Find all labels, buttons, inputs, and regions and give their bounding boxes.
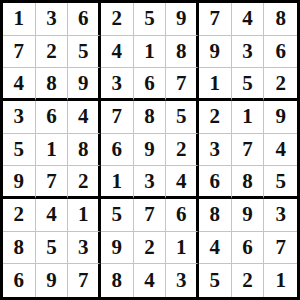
sudoku-cell-r6c9[interactable]: 5 [264,166,297,199]
sudoku-cell-r6c6[interactable]: 4 [166,166,199,199]
sudoku-cell-r5c9[interactable]: 4 [264,134,297,167]
sudoku-cell-r8c1[interactable]: 8 [3,232,36,265]
sudoku-cell-r4c8[interactable]: 1 [232,101,265,134]
sudoku-cell-r4c4[interactable]: 7 [101,101,134,134]
sudoku-cell-r2c1[interactable]: 7 [3,36,36,69]
sudoku-cell-r5c7[interactable]: 3 [199,134,232,167]
sudoku-cell-r7c4[interactable]: 5 [101,199,134,232]
sudoku-cell-r6c5[interactable]: 3 [134,166,167,199]
sudoku-cell-r6c7[interactable]: 6 [199,166,232,199]
sudoku-cell-r9c7[interactable]: 5 [199,264,232,297]
sudoku-cell-r4c2[interactable]: 6 [36,101,69,134]
sudoku-cell-r4c9[interactable]: 9 [264,101,297,134]
sudoku-cell-r6c1[interactable]: 9 [3,166,36,199]
sudoku-cell-r8c7[interactable]: 4 [199,232,232,265]
sudoku-cell-r5c6[interactable]: 2 [166,134,199,167]
sudoku-cell-r3c1[interactable]: 4 [3,68,36,101]
sudoku-cell-r1c1[interactable]: 1 [3,3,36,36]
sudoku-cell-r9c9[interactable]: 1 [264,264,297,297]
sudoku-cell-r9c6[interactable]: 3 [166,264,199,297]
sudoku-cell-r1c7[interactable]: 7 [199,3,232,36]
sudoku-cell-r7c7[interactable]: 8 [199,199,232,232]
sudoku-cell-r6c3[interactable]: 2 [68,166,101,199]
sudoku-cell-r3c2[interactable]: 8 [36,68,69,101]
sudoku-cell-r9c5[interactable]: 4 [134,264,167,297]
sudoku-cell-r9c3[interactable]: 7 [68,264,101,297]
sudoku-cell-r3c9[interactable]: 2 [264,68,297,101]
sudoku-cell-r9c8[interactable]: 2 [232,264,265,297]
sudoku-cell-r1c6[interactable]: 9 [166,3,199,36]
sudoku-cell-r1c4[interactable]: 2 [101,3,134,36]
sudoku-cell-r2c7[interactable]: 9 [199,36,232,69]
sudoku-cell-r7c6[interactable]: 6 [166,199,199,232]
sudoku-cell-r4c5[interactable]: 8 [134,101,167,134]
sudoku-cell-r7c8[interactable]: 9 [232,199,265,232]
sudoku-cell-r5c3[interactable]: 8 [68,134,101,167]
sudoku-cell-r5c2[interactable]: 1 [36,134,69,167]
sudoku-cell-r8c4[interactable]: 9 [101,232,134,265]
sudoku-cell-r1c2[interactable]: 3 [36,3,69,36]
sudoku-cell-r3c7[interactable]: 1 [199,68,232,101]
sudoku-cell-r4c3[interactable]: 4 [68,101,101,134]
sudoku-cell-r4c6[interactable]: 5 [166,101,199,134]
sudoku-cell-r8c9[interactable]: 7 [264,232,297,265]
sudoku-cell-r2c4[interactable]: 4 [101,36,134,69]
sudoku-cell-r7c1[interactable]: 2 [3,199,36,232]
sudoku-cell-r8c2[interactable]: 5 [36,232,69,265]
sudoku-cell-r6c4[interactable]: 1 [101,166,134,199]
sudoku-cell-r3c8[interactable]: 5 [232,68,265,101]
sudoku-cell-r3c5[interactable]: 6 [134,68,167,101]
sudoku-cell-r6c2[interactable]: 7 [36,166,69,199]
sudoku-cell-r2c6[interactable]: 8 [166,36,199,69]
sudoku-cell-r2c5[interactable]: 1 [134,36,167,69]
sudoku-cell-r6c8[interactable]: 8 [232,166,265,199]
sudoku-cell-r5c5[interactable]: 9 [134,134,167,167]
sudoku-cell-r9c4[interactable]: 8 [101,264,134,297]
sudoku-cell-r8c6[interactable]: 1 [166,232,199,265]
sudoku-cell-r2c2[interactable]: 2 [36,36,69,69]
sudoku-cell-r4c7[interactable]: 2 [199,101,232,134]
sudoku-cell-r2c8[interactable]: 3 [232,36,265,69]
sudoku-cell-r2c3[interactable]: 5 [68,36,101,69]
sudoku-cell-r4c1[interactable]: 3 [3,101,36,134]
sudoku-cell-r1c5[interactable]: 5 [134,3,167,36]
sudoku-cell-r2c9[interactable]: 6 [264,36,297,69]
sudoku-cell-r7c5[interactable]: 7 [134,199,167,232]
sudoku-cell-r7c9[interactable]: 3 [264,199,297,232]
sudoku-cell-r5c4[interactable]: 6 [101,134,134,167]
sudoku-cell-r3c6[interactable]: 7 [166,68,199,101]
sudoku-cell-r9c1[interactable]: 6 [3,264,36,297]
sudoku-cell-r9c2[interactable]: 9 [36,264,69,297]
sudoku-cell-r1c3[interactable]: 6 [68,3,101,36]
sudoku-cell-r8c3[interactable]: 3 [68,232,101,265]
sudoku-cell-r3c3[interactable]: 9 [68,68,101,101]
sudoku-board: 1362597487254189364893671523647852195186… [0,0,300,300]
sudoku-cell-r8c5[interactable]: 2 [134,232,167,265]
sudoku-cell-r3c4[interactable]: 3 [101,68,134,101]
sudoku-cell-r1c8[interactable]: 4 [232,3,265,36]
sudoku-cell-r5c1[interactable]: 5 [3,134,36,167]
sudoku-cell-r8c8[interactable]: 6 [232,232,265,265]
sudoku-cell-r7c2[interactable]: 4 [36,199,69,232]
sudoku-cell-r7c3[interactable]: 1 [68,199,101,232]
sudoku-cell-r1c9[interactable]: 8 [264,3,297,36]
sudoku-cell-r5c8[interactable]: 7 [232,134,265,167]
